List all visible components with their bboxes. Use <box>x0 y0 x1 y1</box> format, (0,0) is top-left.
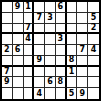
sudoku-cell-empty[interactable] <box>77 56 88 67</box>
sudoku-cell-empty[interactable] <box>56 56 67 67</box>
sudoku-cell-empty[interactable] <box>24 13 35 24</box>
sudoku-cell-empty[interactable] <box>77 77 88 88</box>
sudoku-cell-given: 1 <box>67 67 78 78</box>
sudoku-cell-empty[interactable] <box>13 77 24 88</box>
sudoku-cell-given: 6 <box>45 77 56 88</box>
sudoku-cell-empty[interactable] <box>45 56 56 67</box>
sudoku-cell-empty[interactable] <box>24 77 35 88</box>
sudoku-cell-empty[interactable] <box>56 88 67 99</box>
sudoku-cell-empty[interactable] <box>56 45 67 56</box>
sudoku-cell-empty[interactable] <box>88 67 99 78</box>
sudoku-cell-empty[interactable] <box>67 34 78 45</box>
sudoku-cell-empty[interactable] <box>24 67 35 78</box>
sudoku-cell-empty[interactable] <box>24 45 35 56</box>
sudoku-cell-empty[interactable] <box>13 88 24 99</box>
sudoku-cell-given: 2 <box>88 24 99 35</box>
sudoku-cell-empty[interactable] <box>77 24 88 35</box>
sudoku-cell-given: 9 <box>2 77 13 88</box>
sudoku-cell-empty[interactable] <box>88 34 99 45</box>
sudoku-board: 916735724326749871968459 <box>0 0 101 101</box>
sudoku-cell-empty[interactable] <box>2 88 13 99</box>
sudoku-cell-given: 8 <box>67 56 78 67</box>
sudoku-cell-given: 4 <box>88 45 99 56</box>
sudoku-cell-empty[interactable] <box>77 34 88 45</box>
sudoku-cell-empty[interactable] <box>34 24 45 35</box>
sudoku-cell-empty[interactable] <box>24 88 35 99</box>
sudoku-cell-given: 6 <box>13 45 24 56</box>
sudoku-cell-given: 3 <box>56 34 67 45</box>
sudoku-cell-empty[interactable] <box>88 88 99 99</box>
sudoku-cell-empty[interactable] <box>34 77 45 88</box>
sudoku-cell-given: 4 <box>24 34 35 45</box>
sudoku-cell-empty[interactable] <box>13 24 24 35</box>
sudoku-cell-given: 8 <box>56 77 67 88</box>
sudoku-cell-empty[interactable] <box>67 13 78 24</box>
sudoku-cell-empty[interactable] <box>56 67 67 78</box>
sudoku-cell-empty[interactable] <box>34 67 45 78</box>
sudoku-cell-empty[interactable] <box>45 45 56 56</box>
sudoku-cell-empty[interactable] <box>67 2 78 13</box>
sudoku-cell-empty[interactable] <box>77 13 88 24</box>
sudoku-cell-empty[interactable] <box>13 67 24 78</box>
sudoku-cell-given: 7 <box>77 45 88 56</box>
sudoku-cell-empty[interactable] <box>77 2 88 13</box>
sudoku-cell-empty[interactable] <box>77 67 88 78</box>
sudoku-cell-empty[interactable] <box>2 24 13 35</box>
sudoku-cell-empty[interactable] <box>45 2 56 13</box>
sudoku-cell-empty[interactable] <box>24 56 35 67</box>
sudoku-cell-empty[interactable] <box>34 34 45 45</box>
sudoku-cell-empty[interactable] <box>88 56 99 67</box>
sudoku-cell-given: 9 <box>34 56 45 67</box>
sudoku-cell-empty[interactable] <box>56 13 67 24</box>
sudoku-cell-empty[interactable] <box>88 2 99 13</box>
sudoku-cell-empty[interactable] <box>45 88 56 99</box>
sudoku-cell-empty[interactable] <box>13 56 24 67</box>
sudoku-cell-given: 2 <box>2 45 13 56</box>
sudoku-cell-empty[interactable] <box>67 24 78 35</box>
sudoku-cell-empty[interactable] <box>88 77 99 88</box>
sudoku-cell-given: 7 <box>34 13 45 24</box>
sudoku-cell-empty[interactable] <box>67 45 78 56</box>
sudoku-cell-given: 3 <box>45 13 56 24</box>
sudoku-cell-given: 9 <box>77 88 88 99</box>
sudoku-cell-empty[interactable] <box>13 13 24 24</box>
sudoku-cell-given: 9 <box>13 2 24 13</box>
sudoku-cell-empty[interactable] <box>67 77 78 88</box>
sudoku-cell-empty[interactable] <box>34 2 45 13</box>
sudoku-cell-given: 7 <box>24 24 35 35</box>
sudoku-cell-given: 5 <box>88 13 99 24</box>
sudoku-cell-empty[interactable] <box>2 13 13 24</box>
sudoku-cell-empty[interactable] <box>2 56 13 67</box>
sudoku-cell-given: 7 <box>2 67 13 78</box>
sudoku-cell-empty[interactable] <box>2 2 13 13</box>
sudoku-cell-empty[interactable] <box>45 34 56 45</box>
sudoku-cell-empty[interactable] <box>45 24 56 35</box>
sudoku-cell-empty[interactable] <box>56 24 67 35</box>
sudoku-cell-empty[interactable] <box>34 45 45 56</box>
sudoku-cell-empty[interactable] <box>13 34 24 45</box>
sudoku-cell-given: 6 <box>56 2 67 13</box>
sudoku-cell-given: 1 <box>24 2 35 13</box>
sudoku-cell-empty[interactable] <box>45 67 56 78</box>
sudoku-cell-empty[interactable] <box>2 34 13 45</box>
sudoku-cell-given: 4 <box>34 88 45 99</box>
sudoku-cell-given: 5 <box>67 88 78 99</box>
